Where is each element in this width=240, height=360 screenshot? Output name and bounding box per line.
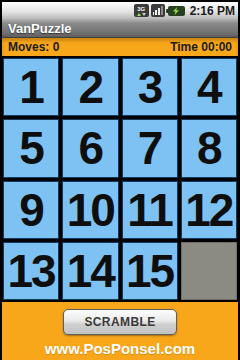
tile-10[interactable]: 10 xyxy=(62,181,118,239)
3g-network-icon: 3G xyxy=(134,4,149,17)
tile-4[interactable]: 4 xyxy=(181,58,237,116)
tile-8[interactable]: 8 xyxy=(181,119,237,177)
empty-cell xyxy=(181,242,237,300)
battery-charging-icon xyxy=(168,6,185,16)
app-title: VanPuzzle xyxy=(8,21,72,36)
tile-14[interactable]: 14 xyxy=(62,242,118,300)
scramble-button[interactable]: SCRAMBLE xyxy=(63,309,177,335)
tile-11[interactable]: 11 xyxy=(122,181,178,239)
timer-display: Time 00:00 xyxy=(170,40,232,54)
title-bar: VanPuzzle xyxy=(2,19,238,38)
website-link[interactable]: www.PosPonsel.com xyxy=(45,340,195,357)
tile-9[interactable]: 9 xyxy=(3,181,59,239)
tile-15[interactable]: 15 xyxy=(122,242,178,300)
tile-5[interactable]: 5 xyxy=(3,119,59,177)
tile-1[interactable]: 1 xyxy=(3,58,59,116)
phone-screen: 3G 2:16 PM VanPuzzle Moves: 0 Time 00:00… xyxy=(0,0,240,360)
puzzle-board: 123456789101112131415 xyxy=(2,56,238,302)
tile-3[interactable]: 3 xyxy=(122,58,178,116)
tile-13[interactable]: 13 xyxy=(3,242,59,300)
bottom-panel: SCRAMBLE www.PosPonsel.com xyxy=(2,302,238,360)
tile-6[interactable]: 6 xyxy=(62,119,118,177)
moves-counter: Moves: 0 xyxy=(8,40,59,54)
tile-7[interactable]: 7 xyxy=(122,119,178,177)
tile-12[interactable]: 12 xyxy=(181,181,237,239)
status-clock: 2:16 PM xyxy=(190,4,235,18)
info-bar: Moves: 0 Time 00:00 xyxy=(2,38,238,56)
tile-2[interactable]: 2 xyxy=(62,58,118,116)
signal-strength-icon xyxy=(151,4,165,17)
status-bar: 3G 2:16 PM xyxy=(2,2,238,19)
